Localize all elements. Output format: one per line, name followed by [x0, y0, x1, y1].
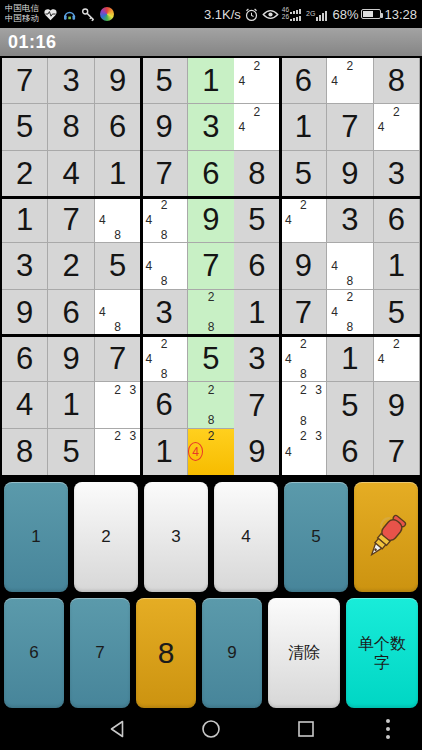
- eye-icon: [262, 8, 279, 21]
- pencil-mark-2: 2: [203, 290, 219, 305]
- cell-value: 9: [16, 297, 33, 328]
- pencil-mark-4: 4: [281, 212, 296, 227]
- pencil-mark-2: 2: [156, 336, 171, 351]
- cell-r9c8[interactable]: 6: [327, 429, 373, 475]
- cell-value: 5: [155, 65, 172, 96]
- cell-r9c9[interactable]: 7: [374, 429, 420, 475]
- cell-r6c4[interactable]: 3: [141, 290, 187, 336]
- pencil-mark-8: 8: [296, 413, 311, 428]
- cell-r8c4[interactable]: 6: [141, 382, 187, 428]
- cell-r6c7[interactable]: 7: [281, 290, 327, 336]
- pencil-mark-2: 2: [249, 104, 264, 119]
- cell-r5c3[interactable]: 5: [95, 243, 141, 289]
- cell-r2c2[interactable]: 8: [48, 104, 94, 150]
- digit-5-button[interactable]: 5: [284, 482, 348, 592]
- digit-1-button[interactable]: 1: [4, 482, 68, 592]
- gallery-app-icon: [100, 7, 114, 21]
- clear-button[interactable]: 清除: [268, 598, 340, 708]
- pencil-mark-3: 3: [311, 429, 326, 444]
- status-bar: 中国电信 中国移动 3.1K/s 4626 2G 68% 13:28: [0, 0, 422, 28]
- pencil-mark-8: 8: [110, 227, 125, 242]
- cell-value: 5: [341, 390, 358, 421]
- cell-r7c1[interactable]: 6: [2, 336, 48, 382]
- menu-dots-icon: [385, 718, 391, 740]
- pencil-mark-4: 4: [95, 305, 110, 320]
- cell-r4c2[interactable]: 7: [48, 197, 94, 243]
- cell-value: 5: [63, 436, 80, 467]
- cell-r5c4[interactable]: 48: [141, 243, 187, 289]
- pencil-mark-4: 4: [281, 351, 296, 366]
- cell-r9c7[interactable]: 234: [281, 429, 327, 475]
- cell-r5c9[interactable]: 1: [374, 243, 420, 289]
- cell-r6c2[interactable]: 6: [48, 290, 94, 336]
- cell-r2c8[interactable]: 7: [327, 104, 373, 150]
- cell-r4c3[interactable]: 48: [95, 197, 141, 243]
- cell-r3c8[interactable]: 9: [327, 151, 373, 197]
- pencil-mark-4: 4: [95, 212, 110, 227]
- cell-r9c6[interactable]: 9: [234, 429, 280, 475]
- cell-value: 1: [109, 158, 126, 189]
- cell-r7c9[interactable]: 24: [374, 336, 420, 382]
- sim1-band-down: 26: [282, 14, 289, 21]
- cell-r6c6[interactable]: 1: [234, 290, 280, 336]
- pencil-mark-8: 8: [342, 274, 357, 289]
- cell-r5c8[interactable]: 48: [327, 243, 373, 289]
- pencil-mark-2: 2: [249, 58, 264, 73]
- cell-r2c6[interactable]: 24: [234, 104, 280, 150]
- cell-value: 5: [202, 343, 219, 374]
- cell-value: 3: [63, 65, 80, 96]
- pencil-mark-8: 8: [203, 320, 219, 335]
- cell-r5c2[interactable]: 2: [48, 243, 94, 289]
- cell-value: 7: [388, 436, 405, 467]
- sim1-bars: [290, 8, 303, 21]
- digit-7-button[interactable]: 7: [70, 598, 130, 708]
- cell-r8c7[interactable]: 238: [281, 382, 327, 428]
- cell-r3c5[interactable]: 6: [188, 151, 234, 197]
- pen-icon: [360, 511, 412, 563]
- cell-value: 5: [109, 250, 126, 281]
- pencil-mark-8: 8: [110, 320, 125, 335]
- cell-r1c2[interactable]: 3: [48, 58, 94, 104]
- cell-r1c6[interactable]: 24: [234, 58, 280, 104]
- cell-value: 6: [155, 389, 172, 420]
- pencil-mark-4: 4: [327, 258, 342, 273]
- cell-r3c7[interactable]: 5: [281, 151, 327, 197]
- android-nav-bar: [0, 712, 422, 750]
- digit-6-button[interactable]: 6: [4, 598, 64, 708]
- cell-r4c6[interactable]: 5: [234, 197, 280, 243]
- cell-r2c5[interactable]: 3: [188, 104, 234, 150]
- cell-value: 3: [202, 111, 219, 142]
- box-border-vertical-2: [279, 58, 282, 475]
- cell-value: 1: [295, 111, 312, 142]
- cell-r3c6[interactable]: 8: [234, 151, 280, 197]
- carrier-2: 中国移动: [5, 14, 39, 24]
- cell-value: 6: [295, 65, 312, 96]
- phone-screen: 中国电信 中国移动 3.1K/s 4626 2G 68% 13:28: [0, 0, 422, 750]
- cell-r9c3[interactable]: 23: [95, 429, 141, 475]
- cell-value: 9: [341, 158, 358, 189]
- cell-r1c3[interactable]: 9: [95, 58, 141, 104]
- cell-value: 7: [155, 158, 172, 189]
- cell-value: 8: [63, 111, 80, 142]
- cell-value: 1: [63, 389, 80, 420]
- pencil-mark-3: 3: [125, 429, 140, 444]
- pencil-mark-4: 4: [327, 305, 342, 320]
- cell-r4c8[interactable]: 3: [327, 197, 373, 243]
- pencil-mark-3: 3: [125, 382, 140, 397]
- pencil-mark-2: 2: [203, 429, 219, 444]
- cell-value: 7: [109, 343, 126, 374]
- cell-value: 1: [155, 436, 172, 467]
- pencil-mark-4: 4: [374, 351, 389, 366]
- cell-r8c3[interactable]: 23: [95, 382, 141, 428]
- cell-r8c2[interactable]: 1: [48, 382, 94, 428]
- notification-icons: [43, 7, 114, 22]
- pen-button[interactable]: [354, 482, 418, 592]
- cell-r7c8[interactable]: 1: [327, 336, 373, 382]
- cell-value: 3: [16, 250, 33, 281]
- cell-value: 7: [295, 297, 312, 328]
- cell-r4c9[interactable]: 6: [374, 197, 420, 243]
- cell-r6c3[interactable]: 48: [95, 290, 141, 336]
- battery-percent: 68%: [332, 7, 358, 22]
- keypad-row-1: 1 2 3 4 5: [0, 482, 422, 592]
- clock: 13:28: [384, 7, 417, 22]
- cell-r9c1[interactable]: 8: [2, 429, 48, 475]
- cell-r5c1[interactable]: 3: [2, 243, 48, 289]
- pencil-mark-4: 4: [234, 73, 249, 88]
- cell-value: 9: [388, 390, 405, 421]
- menu-button[interactable]: [385, 718, 391, 744]
- pencil-mark-2: 2: [110, 382, 125, 397]
- heart-pulse-icon: [43, 7, 58, 22]
- cell-value: 7: [63, 204, 80, 235]
- pencil-mark-2: 2: [156, 197, 171, 212]
- back-button[interactable]: [108, 719, 128, 743]
- battery-icon: [361, 9, 381, 19]
- pencil-mark-2: 2: [203, 382, 219, 397]
- cell-value: 8: [388, 65, 405, 96]
- key-icon: [81, 7, 96, 22]
- cell-value: 7: [202, 250, 219, 281]
- cell-r4c4[interactable]: 248: [141, 197, 187, 243]
- cell-r6c1[interactable]: 9: [2, 290, 48, 336]
- pencil-mark-2: 2: [296, 429, 311, 444]
- cell-r9c4[interactable]: 1: [141, 429, 187, 475]
- cell-r6c5[interactable]: 28: [188, 290, 234, 336]
- pencil-mark-4: 4: [374, 119, 389, 134]
- cell-value: 2: [63, 250, 80, 281]
- net-speed: 3.1K/s: [204, 7, 241, 22]
- cell-r3c2[interactable]: 4: [48, 151, 94, 197]
- cell-r7c5[interactable]: 5: [188, 336, 234, 382]
- pencil-mark-8: 8: [156, 366, 171, 381]
- cell-value: 1: [202, 65, 219, 96]
- cell-r4c7[interactable]: 24: [281, 197, 327, 243]
- pencil-mark-4: 4: [281, 444, 296, 459]
- timer-bar: 01:16: [0, 28, 422, 56]
- digit-9-button[interactable]: 9: [202, 598, 262, 708]
- cell-r2c4[interactable]: 9: [141, 104, 187, 150]
- cell-value: 5: [388, 297, 405, 328]
- pencil-mark-2: 2: [296, 336, 311, 351]
- cell-value: 9: [109, 65, 126, 96]
- box-border-horizontal-2: [2, 334, 420, 337]
- status-right: 3.1K/s 4626 2G 68% 13:28: [204, 7, 417, 22]
- cell-r7c4[interactable]: 248: [141, 336, 187, 382]
- cell-r6c8[interactable]: 248: [327, 290, 373, 336]
- cell-r6c9[interactable]: 5: [374, 290, 420, 336]
- cell-r3c9[interactable]: 3: [374, 151, 420, 197]
- cell-value: 1: [248, 297, 265, 328]
- pencil-mark-2: 2: [389, 104, 404, 119]
- pencil-mark-4: 4: [141, 258, 156, 273]
- recents-button[interactable]: [297, 720, 315, 742]
- back-icon: [108, 719, 128, 739]
- cell-r5c6[interactable]: 6: [234, 243, 280, 289]
- cell-value: 6: [388, 204, 405, 235]
- cell-r7c6[interactable]: 3: [234, 336, 280, 382]
- box-border-vertical-1: [140, 58, 143, 475]
- cell-r8c8[interactable]: 5: [327, 382, 373, 428]
- cell-value: 6: [202, 158, 219, 189]
- pencil-mark-2: 2: [296, 382, 311, 397]
- cell-r9c2[interactable]: 5: [48, 429, 94, 475]
- cell-value: 4: [63, 158, 80, 189]
- carrier-labels: 中国电信 中国移动: [5, 4, 39, 24]
- cell-value: 9: [202, 204, 219, 235]
- digit-4-button[interactable]: 4: [214, 482, 278, 592]
- digit-8-button-selected[interactable]: 8: [136, 598, 196, 708]
- pencil-mark-2: 2: [389, 336, 404, 351]
- cell-value: 3: [341, 204, 358, 235]
- cell-r1c1[interactable]: 7: [2, 58, 48, 104]
- cell-value: 3: [248, 343, 265, 374]
- cell-r9c5[interactable]: 24: [188, 429, 234, 475]
- cell-value: 7: [248, 390, 265, 421]
- pencil-mark-8: 8: [156, 227, 171, 242]
- cell-value: 1: [341, 343, 358, 374]
- alarm-icon: [244, 7, 259, 22]
- pencil-mark-2: 2: [342, 58, 357, 73]
- cell-r1c5[interactable]: 1: [188, 58, 234, 104]
- cell-value: 6: [248, 250, 265, 281]
- cell-value: 6: [16, 343, 33, 374]
- headset-icon: [62, 7, 77, 22]
- cell-value: 3: [155, 297, 172, 328]
- pencil-mark-4: 4: [141, 351, 156, 366]
- cell-r2c3[interactable]: 6: [95, 104, 141, 150]
- pencil-mark-2: 2: [110, 429, 125, 444]
- cell-r4c5[interactable]: 9: [188, 197, 234, 243]
- single-digit-mode-button[interactable]: 单个数字: [346, 598, 418, 708]
- pencil-mark-8: 8: [203, 413, 219, 428]
- cell-r3c4[interactable]: 7: [141, 151, 187, 197]
- cell-value: 5: [295, 158, 312, 189]
- pencil-mark-4: 4: [327, 73, 342, 88]
- dual-sim-signal-icon: 4626: [282, 7, 303, 21]
- cell-r7c3[interactable]: 7: [95, 336, 141, 382]
- cell-value: 9: [295, 250, 312, 281]
- keypad-row-2: 6 7 8 9 清除 单个数字: [0, 598, 422, 708]
- pencil-mark-8: 8: [296, 366, 311, 381]
- cell-r3c3[interactable]: 1: [95, 151, 141, 197]
- cell-r5c5[interactable]: 7: [188, 243, 234, 289]
- cell-value: 2: [16, 158, 33, 189]
- error-pencil-mark-4: 4: [188, 444, 204, 459]
- cell-r1c8[interactable]: 24: [327, 58, 373, 104]
- box-border-horizontal-1: [2, 196, 420, 199]
- cell-r2c9[interactable]: 24: [374, 104, 420, 150]
- pencil-mark-8: 8: [342, 320, 357, 335]
- pencil-mark-2: 2: [342, 290, 357, 305]
- cell-value: 3: [388, 158, 405, 189]
- cell-r8c9[interactable]: 9: [374, 382, 420, 428]
- cell-value: 8: [16, 436, 33, 467]
- sudoku-board: 7395124624858693241724241768593174824895…: [0, 56, 422, 477]
- cell-value: 1: [16, 204, 33, 235]
- sim2-bars: [316, 8, 329, 21]
- cell-r5c7[interactable]: 9: [281, 243, 327, 289]
- cell-r7c2[interactable]: 9: [48, 336, 94, 382]
- cell-value: 9: [248, 436, 265, 467]
- cell-r1c7[interactable]: 6: [281, 58, 327, 104]
- digit-2-button[interactable]: 2: [74, 482, 138, 592]
- digit-3-button[interactable]: 3: [144, 482, 208, 592]
- 2g-signal-icon: 2G: [306, 8, 329, 21]
- cell-value: 8: [248, 158, 265, 189]
- elapsed-time: 01:16: [0, 32, 57, 53]
- cell-value: 1: [388, 250, 405, 281]
- cell-value: 9: [155, 111, 172, 142]
- cell-r2c1[interactable]: 5: [2, 104, 48, 150]
- keypad: 1 2 3 4 5 6: [0, 477, 422, 712]
- cell-value: 6: [341, 436, 358, 467]
- cell-value: 6: [63, 297, 80, 328]
- cell-value: 7: [16, 65, 33, 96]
- cell-r8c5[interactable]: 28: [188, 382, 234, 428]
- pencil-mark-4: 4: [141, 212, 156, 227]
- cell-r4c1[interactable]: 1: [2, 197, 48, 243]
- cell-r8c6[interactable]: 7: [234, 382, 280, 428]
- cell-r8c1[interactable]: 4: [2, 382, 48, 428]
- cell-value: 5: [248, 204, 265, 235]
- cell-r1c4[interactable]: 5: [141, 58, 187, 104]
- pencil-mark-4: 4: [234, 119, 249, 134]
- home-button[interactable]: [201, 719, 221, 743]
- recents-icon: [297, 720, 315, 738]
- pencil-mark-8: 8: [156, 274, 171, 289]
- pencil-mark-3: 3: [311, 382, 326, 397]
- cell-r1c9[interactable]: 8: [374, 58, 420, 104]
- cell-value: 9: [63, 343, 80, 374]
- cell-value: 7: [341, 111, 358, 142]
- sim2-band: 2G: [306, 10, 315, 17]
- cell-value: 5: [16, 111, 33, 142]
- cell-r2c7[interactable]: 1: [281, 104, 327, 150]
- cell-r7c7[interactable]: 248: [281, 336, 327, 382]
- cell-r3c1[interactable]: 2: [2, 151, 48, 197]
- home-icon: [201, 719, 221, 739]
- cell-value: 4: [16, 389, 33, 420]
- cell-value: 6: [109, 111, 126, 142]
- pencil-mark-2: 2: [296, 197, 311, 212]
